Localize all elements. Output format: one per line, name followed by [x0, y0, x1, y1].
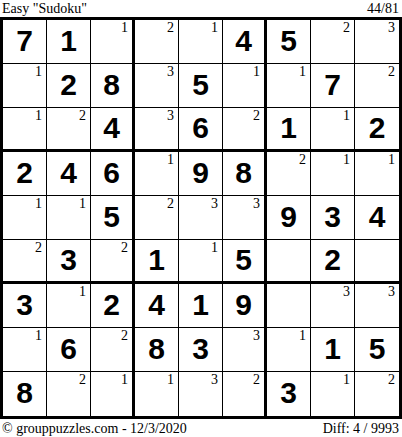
corner-mark: 1: [35, 109, 42, 123]
given-digit: 3: [280, 378, 297, 408]
cell-r7c6[interactable]: 9: [223, 284, 267, 328]
corner-mark: 1: [167, 153, 174, 167]
cell-r1c6[interactable]: 4: [223, 20, 267, 64]
cell-r5c2[interactable]: 1: [47, 196, 91, 240]
given-digit: 6: [192, 113, 209, 143]
cell-r1c1[interactable]: 7: [3, 20, 47, 64]
cell-r3c4[interactable]: 3: [135, 108, 179, 152]
given-digit: 4: [60, 158, 77, 188]
cell-r5c9[interactable]: 4: [355, 196, 399, 240]
sudoku-page: Easy "Sudoku" 44/81 71121452312835117212…: [0, 0, 402, 437]
cell-r3c6[interactable]: 2: [223, 108, 267, 152]
cell-r8c9[interactable]: 5: [355, 328, 399, 372]
corner-mark: 2: [388, 373, 395, 387]
copyright-text: © grouppuzzles.com - 12/3/2020: [2, 421, 187, 437]
corner-mark: 2: [79, 109, 86, 123]
corner-mark: 1: [121, 373, 128, 387]
cell-r9c6[interactable]: 2: [223, 372, 267, 416]
cell-r9c3[interactable]: 1: [91, 372, 135, 416]
corner-mark: 1: [121, 21, 128, 35]
given-digit: 1: [280, 113, 297, 143]
given-digit: 8: [148, 334, 165, 364]
cell-r2c3[interactable]: 8: [91, 64, 135, 108]
cell-r8c2[interactable]: 6: [47, 328, 91, 372]
cell-r3c9[interactable]: 2: [355, 108, 399, 152]
corner-mark: 3: [167, 109, 174, 123]
corner-mark: 1: [343, 109, 350, 123]
given-digit: 7: [324, 70, 341, 100]
cell-r4c8[interactable]: 1: [311, 152, 355, 196]
cell-r8c3[interactable]: 2: [91, 328, 135, 372]
given-digit: 2: [16, 158, 33, 188]
cell-r9c4[interactable]: 1: [135, 372, 179, 416]
cell-r5c7[interactable]: 9: [267, 196, 311, 240]
sudoku-grid: 7112145231283511721243621122461982111152…: [0, 17, 402, 419]
corner-mark: 1: [211, 21, 218, 35]
given-digit: 4: [235, 26, 252, 56]
cell-r4c5[interactable]: 9: [179, 152, 223, 196]
cell-r7c8[interactable]: 3: [311, 284, 355, 328]
cell-r7c3[interactable]: 2: [91, 284, 135, 328]
cell-r9c9[interactable]: 2: [355, 372, 399, 416]
given-digit: 3: [16, 290, 33, 320]
cell-r7c2[interactable]: 1: [47, 284, 91, 328]
corner-mark: 3: [253, 197, 260, 211]
given-digit: 3: [324, 202, 341, 232]
cell-r1c2[interactable]: 1: [47, 20, 91, 64]
cell-r7c7[interactable]: [267, 284, 311, 328]
given-digit: 2: [324, 245, 341, 275]
cell-r2c9[interactable]: 2: [355, 64, 399, 108]
given-digit: 8: [16, 378, 33, 408]
cell-r8c1[interactable]: 1: [3, 328, 47, 372]
cell-r2c6[interactable]: 1: [223, 64, 267, 108]
cell-r7c9[interactable]: 3: [355, 284, 399, 328]
cell-r6c6[interactable]: 5: [223, 240, 267, 284]
cell-r7c5[interactable]: 1: [179, 284, 223, 328]
given-digit: 4: [369, 202, 386, 232]
cell-r2c1[interactable]: 1: [3, 64, 47, 108]
clue-counter: 44/81: [367, 1, 399, 16]
cell-r4c1[interactable]: 2: [3, 152, 47, 196]
corner-mark: 2: [299, 153, 306, 167]
cell-r5c5[interactable]: 3: [179, 196, 223, 240]
cell-r1c8[interactable]: 2: [311, 20, 355, 64]
cell-r5c8[interactable]: 3: [311, 196, 355, 240]
cell-r4c4[interactable]: 1: [135, 152, 179, 196]
corner-mark: 2: [167, 21, 174, 35]
given-digit: 2: [369, 113, 386, 143]
corner-mark: 1: [343, 153, 350, 167]
cell-r4c7[interactable]: 2: [267, 152, 311, 196]
corner-mark: 1: [35, 197, 42, 211]
corner-mark: 3: [167, 65, 174, 79]
corner-mark: 1: [343, 373, 350, 387]
cell-r8c7[interactable]: 1: [267, 328, 311, 372]
given-digit: 8: [103, 70, 120, 100]
corner-mark: 1: [79, 197, 86, 211]
cell-r5c3[interactable]: 5: [91, 196, 135, 240]
given-digit: 1: [148, 245, 165, 275]
given-digit: 7: [16, 26, 33, 56]
corner-mark: 2: [253, 109, 260, 123]
given-digit: 2: [103, 290, 120, 320]
given-digit: 1: [324, 334, 341, 364]
given-digit: 8: [235, 158, 252, 188]
cell-r4c3[interactable]: 6: [91, 152, 135, 196]
cell-r8c4[interactable]: 8: [135, 328, 179, 372]
cell-r2c7[interactable]: 1: [267, 64, 311, 108]
cell-r4c6[interactable]: 8: [223, 152, 267, 196]
given-digit: 1: [192, 290, 209, 320]
corner-mark: 1: [299, 329, 306, 343]
given-digit: 3: [192, 334, 209, 364]
corner-mark: 1: [388, 153, 395, 167]
cell-r3c3[interactable]: 4: [91, 108, 135, 152]
given-digit: 1: [60, 26, 77, 56]
corner-mark: 1: [79, 285, 86, 299]
given-digit: 9: [192, 158, 209, 188]
corner-mark: 1: [253, 65, 260, 79]
cell-r5c4[interactable]: 2: [135, 196, 179, 240]
cell-r2c5[interactable]: 5: [179, 64, 223, 108]
given-digit: 5: [280, 26, 297, 56]
cell-r8c6[interactable]: 3: [223, 328, 267, 372]
cell-r8c5[interactable]: 3: [179, 328, 223, 372]
given-digit: 2: [60, 70, 77, 100]
cell-r3c7[interactable]: 1: [267, 108, 311, 152]
cell-r1c4[interactable]: 2: [135, 20, 179, 64]
given-digit: 6: [60, 334, 77, 364]
cell-r1c3[interactable]: 1: [91, 20, 135, 64]
given-digit: 9: [235, 290, 252, 320]
corner-mark: 2: [167, 197, 174, 211]
cell-r6c7[interactable]: [267, 240, 311, 284]
given-digit: 3: [60, 245, 77, 275]
cell-r9c2[interactable]: 2: [47, 372, 91, 416]
corner-mark: 1: [167, 373, 174, 387]
cell-r9c8[interactable]: 1: [311, 372, 355, 416]
corner-mark: 3: [211, 373, 218, 387]
cell-r4c2[interactable]: 4: [47, 152, 91, 196]
given-digit: 9: [280, 202, 297, 232]
corner-mark: 2: [121, 329, 128, 343]
cell-r6c2[interactable]: 3: [47, 240, 91, 284]
corner-mark: 2: [343, 21, 350, 35]
cell-r9c5[interactable]: 3: [179, 372, 223, 416]
given-digit: 5: [103, 202, 120, 232]
corner-mark: 2: [253, 373, 260, 387]
corner-mark: 2: [35, 241, 42, 255]
cell-r6c8[interactable]: 2: [311, 240, 355, 284]
corner-mark: 2: [121, 241, 128, 255]
given-digit: 5: [235, 245, 252, 275]
corner-mark: 1: [35, 65, 42, 79]
corner-mark: 1: [299, 65, 306, 79]
cell-r5c6[interactable]: 3: [223, 196, 267, 240]
cell-r9c7[interactable]: 3: [267, 372, 311, 416]
cell-r6c5[interactable]: 1: [179, 240, 223, 284]
corner-mark: 1: [35, 329, 42, 343]
corner-mark: 3: [211, 197, 218, 211]
corner-mark: 2: [79, 373, 86, 387]
corner-mark: 2: [388, 65, 395, 79]
cell-r5c1[interactable]: 1: [3, 196, 47, 240]
cell-r8c8[interactable]: 1: [311, 328, 355, 372]
cell-r1c9[interactable]: 3: [355, 20, 399, 64]
cell-r6c9[interactable]: [355, 240, 399, 284]
corner-mark: 1: [211, 241, 218, 255]
difficulty-text: Diff: 4 / 9993: [323, 421, 399, 437]
given-digit: 5: [192, 70, 209, 100]
header: Easy "Sudoku" 44/81: [0, 0, 402, 17]
cell-r3c1[interactable]: 1: [3, 108, 47, 152]
given-digit: 6: [103, 158, 120, 188]
cell-r6c1[interactable]: 2: [3, 240, 47, 284]
puzzle-title: Easy "Sudoku": [2, 1, 87, 16]
given-digit: 4: [103, 113, 120, 143]
cell-r6c4[interactable]: 1: [135, 240, 179, 284]
corner-mark: 3: [253, 329, 260, 343]
cell-r1c5[interactable]: 1: [179, 20, 223, 64]
cell-r3c5[interactable]: 6: [179, 108, 223, 152]
cell-r2c8[interactable]: 7: [311, 64, 355, 108]
corner-mark: 3: [343, 285, 350, 299]
cell-r1c7[interactable]: 5: [267, 20, 311, 64]
corner-mark: 3: [388, 285, 395, 299]
cell-r3c8[interactable]: 1: [311, 108, 355, 152]
corner-mark: 3: [388, 21, 395, 35]
given-digit: 4: [148, 290, 165, 320]
cell-r3c2[interactable]: 2: [47, 108, 91, 152]
cell-r7c4[interactable]: 4: [135, 284, 179, 328]
cell-r4c9[interactable]: 1: [355, 152, 399, 196]
footer: © grouppuzzles.com - 12/3/2020 Diff: 4 /…: [0, 419, 402, 437]
cell-r9c1[interactable]: 8: [3, 372, 47, 416]
cell-r2c2[interactable]: 2: [47, 64, 91, 108]
cell-r6c3[interactable]: 2: [91, 240, 135, 284]
given-digit: 5: [369, 334, 386, 364]
cell-r7c1[interactable]: 3: [3, 284, 47, 328]
cell-r2c4[interactable]: 3: [135, 64, 179, 108]
